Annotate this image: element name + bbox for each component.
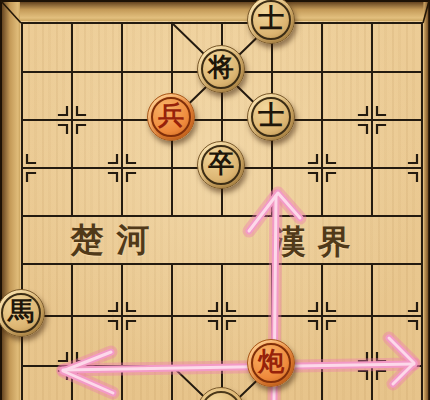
xiangqi-board: 楚 河 漢 界 士将兵士卒馬炮 — [0, 0, 430, 400]
black-advisor-1-label: 士 — [258, 6, 284, 32]
red-cannon[interactable]: 炮 — [247, 339, 295, 387]
black-advisor-1[interactable]: 士 — [247, 0, 295, 44]
red-soldier[interactable]: 兵 — [147, 93, 195, 141]
black-general-label: 将 — [208, 55, 234, 81]
red-cannon-label: 炮 — [258, 349, 284, 375]
black-advisor-2-label: 士 — [258, 103, 284, 129]
black-general[interactable]: 将 — [197, 45, 245, 93]
red-soldier-label: 兵 — [158, 103, 184, 129]
black-horse[interactable]: 馬 — [0, 289, 45, 337]
black-advisor-2[interactable]: 士 — [247, 93, 295, 141]
pieces-layer: 士将兵士卒馬炮 — [0, 0, 430, 400]
partial-piece[interactable] — [197, 387, 245, 400]
black-horse-label: 馬 — [8, 299, 34, 325]
black-soldier-label: 卒 — [208, 151, 234, 177]
black-soldier[interactable]: 卒 — [197, 141, 245, 189]
